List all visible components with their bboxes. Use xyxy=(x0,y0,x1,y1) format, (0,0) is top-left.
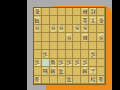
square-5b[interactable] xyxy=(66,16,74,24)
piece-glyph: 歩 xyxy=(74,26,80,32)
square-4f[interactable] xyxy=(73,50,81,58)
square-4g[interactable]: 歩 xyxy=(73,59,81,67)
square-9d[interactable] xyxy=(34,33,42,41)
square-4a[interactable] xyxy=(73,8,81,16)
square-5d[interactable]: 歩 xyxy=(66,33,74,41)
square-2h[interactable]: 王 xyxy=(89,67,97,75)
square-1d[interactable]: 歩 xyxy=(97,33,105,41)
square-9e[interactable] xyxy=(34,42,42,50)
square-9i[interactable]: 香 xyxy=(34,76,42,84)
square-7h[interactable]: 銀 xyxy=(50,67,58,75)
square-2c[interactable] xyxy=(89,25,97,33)
square-2a[interactable]: 桂 xyxy=(89,8,97,16)
square-8b[interactable] xyxy=(42,16,50,24)
piece-glyph: 歩 xyxy=(35,26,41,32)
piece-glyph: 歩 xyxy=(43,51,49,57)
piece-glyph: 歩 xyxy=(90,51,96,57)
square-9c[interactable]: 歩 xyxy=(34,25,42,33)
piece-glyph: 歩 xyxy=(82,26,88,32)
piece-glyph: 銀 xyxy=(82,9,88,15)
square-2g[interactable] xyxy=(89,59,97,67)
square-7i[interactable] xyxy=(50,76,58,84)
piece-glyph: 桂 xyxy=(90,77,96,83)
square-8h[interactable]: 飛 xyxy=(42,67,50,75)
sente-piece-5g[interactable]: 歩 xyxy=(66,59,72,66)
square-1b[interactable]: 香 xyxy=(97,16,105,24)
piece-glyph: 飛 xyxy=(43,68,49,74)
sente-piece-2h[interactable]: 王 xyxy=(90,67,96,74)
piece-glyph: 歩 xyxy=(50,26,56,32)
gote-piece-9b[interactable]: 飛 xyxy=(34,17,40,24)
square-1f[interactable] xyxy=(97,50,105,58)
piece-glyph: 銀 xyxy=(82,34,88,40)
square-7b[interactable] xyxy=(50,16,58,24)
square-6c[interactable]: 歩 xyxy=(58,25,66,33)
square-8e[interactable] xyxy=(42,42,50,50)
piece-glyph: 飛 xyxy=(35,17,41,23)
sente-piece-9g[interactable]: 歩 xyxy=(34,59,40,66)
piece-glyph: 王 xyxy=(90,68,96,74)
background-panel: 香銀桂飛金玉香歩歩歩歩歩歩銀歩歩歩歩角歩歩歩歩飛銀金銀王香金桂香 xyxy=(27,0,112,90)
piece-glyph: 歩 xyxy=(58,60,64,66)
gote-piece-3a[interactable]: 銀 xyxy=(82,8,88,15)
square-6a[interactable] xyxy=(58,8,66,16)
square-9f[interactable] xyxy=(34,50,42,58)
square-7e[interactable] xyxy=(50,42,58,50)
gote-piece-7c[interactable]: 歩 xyxy=(50,25,56,32)
gote-piece-3d[interactable]: 銀 xyxy=(82,34,88,41)
square-3a[interactable]: 銀 xyxy=(81,8,89,16)
gote-piece-1d[interactable]: 歩 xyxy=(98,34,104,41)
piece-glyph: 銀 xyxy=(50,68,56,74)
sente-piece-8h[interactable]: 飛 xyxy=(42,67,48,74)
square-5i[interactable]: 金 xyxy=(66,76,74,84)
highlighted-square-8g[interactable] xyxy=(42,59,50,67)
square-3i[interactable] xyxy=(81,76,89,84)
square-3e[interactable] xyxy=(81,42,89,50)
sente-piece-6g[interactable]: 歩 xyxy=(58,59,64,66)
shogi-board[interactable]: 香銀桂飛金玉香歩歩歩歩歩歩銀歩歩歩歩角歩歩歩歩飛銀金銀王香金桂香 xyxy=(33,7,106,85)
gote-piece-4c[interactable]: 歩 xyxy=(74,25,80,32)
piece-glyph: 香 xyxy=(35,77,41,83)
square-8d[interactable] xyxy=(42,33,50,41)
square-6h[interactable]: 金 xyxy=(58,67,66,75)
piece-glyph: 金 xyxy=(66,77,72,83)
piece-glyph: 香 xyxy=(98,77,104,83)
sente-piece-1i[interactable]: 香 xyxy=(98,76,104,83)
square-5g[interactable]: 歩 xyxy=(66,59,74,67)
piece-glyph: 歩 xyxy=(35,60,41,66)
square-2d[interactable] xyxy=(89,33,97,41)
gote-piece-9a[interactable]: 香 xyxy=(34,8,40,15)
square-6i[interactable] xyxy=(58,76,66,84)
sente-piece-5i[interactable]: 金 xyxy=(66,76,72,83)
piece-glyph: 香 xyxy=(35,9,41,15)
gote-piece-5d[interactable]: 歩 xyxy=(66,34,72,41)
piece-glyph: 歩 xyxy=(66,34,72,40)
square-4i[interactable] xyxy=(73,76,81,84)
piece-glyph: 歩 xyxy=(82,60,88,66)
piece-glyph: 金 xyxy=(82,17,88,23)
square-6b[interactable] xyxy=(58,16,66,24)
square-9a[interactable]: 香 xyxy=(34,8,42,16)
piece-glyph: 歩 xyxy=(74,60,80,66)
piece-glyph: 玉 xyxy=(90,17,96,23)
square-4b[interactable] xyxy=(73,16,81,24)
square-2b[interactable]: 玉 xyxy=(89,16,97,24)
square-1i[interactable]: 香 xyxy=(97,76,105,84)
square-9g[interactable]: 歩 xyxy=(34,59,42,67)
square-9h[interactable] xyxy=(34,67,42,75)
sente-piece-2f[interactable]: 歩 xyxy=(90,50,96,57)
sente-piece-3h[interactable]: 銀 xyxy=(82,67,88,74)
square-4c[interactable]: 歩 xyxy=(73,25,81,33)
square-1e[interactable] xyxy=(97,42,105,50)
square-6g[interactable]: 歩 xyxy=(58,59,66,67)
square-3f[interactable] xyxy=(81,50,89,58)
gote-piece-2a[interactable]: 桂 xyxy=(90,8,96,15)
sente-piece-2i[interactable]: 桂 xyxy=(90,76,96,83)
square-7f[interactable] xyxy=(50,50,58,58)
piece-glyph: 歩 xyxy=(58,26,64,32)
gote-piece-3c[interactable]: 歩 xyxy=(82,25,88,32)
square-3b[interactable]: 金 xyxy=(81,16,89,24)
square-1a[interactable] xyxy=(97,8,105,16)
piece-glyph: 角 xyxy=(50,60,56,66)
piece-glyph: 香 xyxy=(98,17,104,23)
square-9b[interactable]: 飛 xyxy=(34,16,42,24)
square-5f[interactable] xyxy=(66,50,74,58)
square-4e[interactable] xyxy=(73,42,81,50)
square-6e[interactable] xyxy=(58,42,66,50)
piece-glyph: 歩 xyxy=(98,34,104,40)
gote-piece-6c[interactable]: 歩 xyxy=(58,25,64,32)
gote-piece-2b[interactable]: 玉 xyxy=(90,17,96,24)
square-1g[interactable] xyxy=(97,59,105,67)
square-8i[interactable] xyxy=(42,76,50,84)
piece-glyph: 歩 xyxy=(66,60,72,66)
square-7d[interactable] xyxy=(50,33,58,41)
piece-glyph: 銀 xyxy=(82,68,88,74)
square-8a[interactable] xyxy=(42,8,50,16)
sente-piece-8f[interactable]: 歩 xyxy=(42,50,48,57)
piece-glyph: 金 xyxy=(58,68,64,74)
sente-piece-9i[interactable]: 香 xyxy=(34,76,40,83)
square-6d[interactable] xyxy=(58,33,66,41)
square-3g[interactable]: 歩 xyxy=(81,59,89,67)
square-8f[interactable]: 歩 xyxy=(42,50,50,58)
square-8c[interactable] xyxy=(42,25,50,33)
gote-piece-1b[interactable]: 香 xyxy=(98,17,104,24)
square-5h[interactable] xyxy=(66,67,74,75)
gote-piece-3b[interactable]: 金 xyxy=(82,17,88,24)
square-4d[interactable] xyxy=(73,33,81,41)
square-1c[interactable] xyxy=(97,25,105,33)
square-2i[interactable]: 桂 xyxy=(89,76,97,84)
square-2f[interactable]: 歩 xyxy=(89,50,97,58)
screenshot-stage: 香銀桂飛金玉香歩歩歩歩歩歩銀歩歩歩歩角歩歩歩歩飛銀金銀王香金桂香 xyxy=(0,0,120,90)
piece-glyph: 桂 xyxy=(90,9,96,15)
square-3h[interactable]: 銀 xyxy=(81,67,89,75)
gote-piece-9c[interactable]: 歩 xyxy=(34,25,40,32)
square-5e[interactable] xyxy=(66,42,74,50)
square-5c[interactable] xyxy=(66,25,74,33)
sente-piece-3g[interactable]: 歩 xyxy=(82,59,88,66)
square-1h[interactable] xyxy=(97,67,105,75)
square-3d[interactable]: 銀 xyxy=(81,33,89,41)
sente-piece-4g[interactable]: 歩 xyxy=(74,59,80,66)
square-7g[interactable]: 角 xyxy=(50,59,58,67)
sente-piece-6h[interactable]: 金 xyxy=(58,67,64,74)
square-3c[interactable]: 歩 xyxy=(81,25,89,33)
board-grid: 香銀桂飛金玉香歩歩歩歩歩歩銀歩歩歩歩角歩歩歩歩飛銀金銀王香金桂香 xyxy=(34,8,105,84)
sente-piece-7g[interactable]: 角 xyxy=(50,59,56,66)
square-7c[interactable]: 歩 xyxy=(50,25,58,33)
square-6f[interactable] xyxy=(58,50,66,58)
square-2e[interactable] xyxy=(89,42,97,50)
square-4h[interactable] xyxy=(73,67,81,75)
square-5a[interactable] xyxy=(66,8,74,16)
sente-piece-7h[interactable]: 銀 xyxy=(50,67,56,74)
square-7a[interactable] xyxy=(50,8,58,16)
